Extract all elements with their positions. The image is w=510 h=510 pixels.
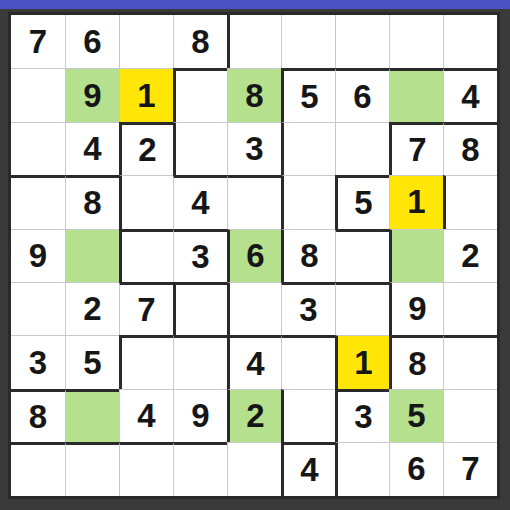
cell-r2c9[interactable]: 4	[443, 68, 497, 121]
cell-r5c1[interactable]: 9	[11, 229, 65, 282]
given-digit: 4	[461, 78, 479, 116]
cell-r7c7[interactable]: 1	[335, 335, 389, 388]
cell-r9c2[interactable]	[65, 442, 119, 495]
cell-r1c9[interactable]	[443, 15, 497, 68]
given-digit: 8	[245, 77, 263, 115]
cell-r7c4[interactable]	[173, 335, 227, 388]
cell-r5c8[interactable]	[389, 229, 443, 282]
cell-r5c3[interactable]	[119, 229, 173, 282]
cell-r7c9[interactable]	[443, 335, 497, 388]
cell-r9c5[interactable]	[227, 442, 281, 495]
cell-r8c3[interactable]: 4	[119, 389, 173, 442]
cell-r8c4[interactable]: 9	[173, 389, 227, 442]
cell-r5c4[interactable]: 3	[173, 229, 227, 282]
given-digit: 3	[245, 130, 263, 168]
cell-r5c9[interactable]: 2	[443, 229, 497, 282]
cell-r8c1[interactable]: 8	[11, 389, 65, 442]
cell-r6c6[interactable]: 3	[281, 282, 335, 335]
cell-r1c3[interactable]	[119, 15, 173, 68]
cell-r6c2[interactable]: 2	[65, 282, 119, 335]
cell-r1c6[interactable]	[281, 15, 335, 68]
cell-r1c7[interactable]	[335, 15, 389, 68]
cell-r8c6[interactable]	[281, 389, 335, 442]
given-digit: 7	[137, 291, 155, 329]
cell-r6c5[interactable]	[227, 282, 281, 335]
given-digit: 8	[29, 398, 47, 436]
given-digit: 7	[29, 23, 47, 61]
given-digit: 1	[407, 183, 425, 221]
cell-r8c5[interactable]: 2	[227, 389, 281, 442]
given-digit: 9	[408, 290, 426, 328]
cell-r7c1[interactable]: 3	[11, 335, 65, 388]
cell-r9c4[interactable]	[173, 442, 227, 495]
given-digit: 4	[300, 451, 318, 489]
cell-r6c9[interactable]	[443, 282, 497, 335]
cell-r4c3[interactable]	[119, 175, 173, 228]
given-digit: 5	[354, 184, 372, 222]
cell-r3c3[interactable]: 2	[119, 122, 173, 175]
cell-r8c8[interactable]: 5	[389, 389, 443, 442]
cell-r3c6[interactable]	[281, 122, 335, 175]
cell-r4c1[interactable]	[11, 175, 65, 228]
cell-r2c3[interactable]: 1	[119, 68, 173, 121]
cell-r3c2[interactable]: 4	[65, 122, 119, 175]
cell-r6c3[interactable]: 7	[119, 282, 173, 335]
cell-r6c1[interactable]	[11, 282, 65, 335]
given-digit: 3	[191, 238, 209, 276]
cell-r6c8[interactable]: 9	[389, 282, 443, 335]
given-digit: 1	[137, 77, 155, 115]
cell-r4c7[interactable]: 5	[335, 175, 389, 228]
cell-r3c7[interactable]	[335, 122, 389, 175]
cell-r2c5[interactable]: 8	[227, 68, 281, 121]
cell-r2c2[interactable]: 9	[65, 68, 119, 121]
cell-r5c6[interactable]: 8	[281, 229, 335, 282]
cell-r1c5[interactable]	[227, 15, 281, 68]
cell-r7c3[interactable]	[119, 335, 173, 388]
given-digit: 9	[191, 397, 209, 435]
given-digit: 6	[407, 450, 425, 488]
cell-r7c6[interactable]	[281, 335, 335, 388]
cell-r6c7[interactable]	[335, 282, 389, 335]
cell-r9c9[interactable]: 7	[443, 442, 497, 495]
cell-r3c5[interactable]: 3	[227, 122, 281, 175]
cell-r4c9[interactable]	[443, 175, 497, 228]
given-digit: 7	[408, 131, 426, 169]
given-digit: 4	[83, 130, 101, 168]
given-digit: 1	[354, 344, 372, 382]
given-digit: 8	[300, 237, 318, 275]
given-digit: 6	[83, 23, 101, 61]
cell-r9c6[interactable]: 4	[281, 442, 335, 495]
cell-r9c8[interactable]: 6	[389, 442, 443, 495]
given-digit: 8	[408, 345, 426, 383]
given-digit: 5	[407, 397, 425, 435]
given-digit: 4	[191, 184, 209, 222]
given-digit: 4	[246, 345, 264, 383]
cell-r3c8[interactable]: 7	[389, 122, 443, 175]
given-digit: 8	[191, 23, 209, 61]
cell-r5c5[interactable]: 6	[227, 229, 281, 282]
given-digit: 2	[461, 237, 479, 275]
given-digit: 5	[300, 78, 318, 116]
given-digit: 5	[83, 344, 101, 382]
cell-r2c6[interactable]: 5	[281, 68, 335, 121]
cell-r8c9[interactable]	[443, 389, 497, 442]
cell-r7c2[interactable]: 5	[65, 335, 119, 388]
given-digit: 6	[353, 78, 371, 116]
sudoku-board: 7689185644237884519368227393541884923546…	[8, 12, 500, 499]
cell-r4c8[interactable]: 1	[389, 175, 443, 228]
cell-r3c9[interactable]: 8	[443, 122, 497, 175]
cell-r3c1[interactable]	[11, 122, 65, 175]
cell-r1c4[interactable]: 8	[173, 15, 227, 68]
cell-r1c1[interactable]: 7	[11, 15, 65, 68]
app-top-bar	[0, 0, 510, 9]
cell-r1c2[interactable]: 6	[65, 15, 119, 68]
given-digit: 3	[29, 344, 47, 382]
cell-r8c7[interactable]: 3	[335, 389, 389, 442]
cell-r6c4[interactable]	[173, 282, 227, 335]
given-digit: 9	[29, 237, 47, 275]
cell-r5c2[interactable]	[65, 229, 119, 282]
cell-r9c1[interactable]	[11, 442, 65, 495]
given-digit: 2	[138, 131, 156, 169]
given-digit: 8	[461, 131, 479, 169]
given-digit: 3	[354, 398, 372, 436]
cell-r4c5[interactable]	[227, 175, 281, 228]
cell-r9c7[interactable]	[335, 442, 389, 495]
cell-r7c5[interactable]: 4	[227, 335, 281, 388]
given-digit: 2	[83, 290, 101, 328]
given-digit: 9	[83, 77, 101, 115]
given-digit: 3	[299, 291, 317, 329]
cell-r4c6[interactable]	[281, 175, 335, 228]
cell-r2c1[interactable]	[11, 68, 65, 121]
cell-r4c2[interactable]: 8	[65, 175, 119, 228]
given-digit: 8	[83, 184, 101, 222]
cell-r4c4[interactable]: 4	[173, 175, 227, 228]
given-digit: 6	[246, 237, 264, 275]
cell-r5c7[interactable]	[335, 229, 389, 282]
given-digit: 2	[246, 397, 264, 435]
cell-r7c8[interactable]: 8	[389, 335, 443, 388]
cell-r8c2[interactable]	[65, 389, 119, 442]
cell-r2c4[interactable]	[173, 68, 227, 121]
cell-r2c8[interactable]	[389, 68, 443, 121]
cell-r1c8[interactable]	[389, 15, 443, 68]
cell-r3c4[interactable]	[173, 122, 227, 175]
cell-r2c7[interactable]: 6	[335, 68, 389, 121]
given-digit: 7	[461, 450, 479, 488]
cell-r9c3[interactable]	[119, 442, 173, 495]
given-digit: 4	[137, 397, 155, 435]
